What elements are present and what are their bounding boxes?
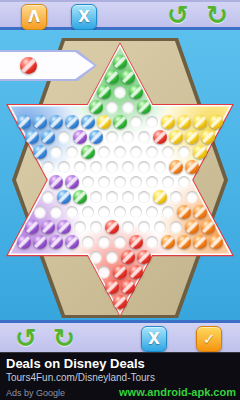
game-area <box>0 30 240 320</box>
marble-B-r6-c2[interactable] <box>41 130 55 144</box>
hole-r14-c1[interactable] <box>90 251 102 263</box>
hole-r6-c6[interactable] <box>106 131 118 143</box>
ad-banner[interactable]: Deals on Disney Deals Tours4Fun.com/Disn… <box>0 352 240 400</box>
marble-R-r13-c8[interactable] <box>129 235 143 249</box>
hole-r10-c1[interactable] <box>42 191 54 203</box>
hole-r9-c4[interactable] <box>98 176 110 188</box>
hole-r7-c5[interactable] <box>98 146 110 158</box>
marble-B-r5-c1[interactable] <box>17 115 31 129</box>
hole-r11-c3[interactable] <box>66 206 78 218</box>
marble-Y-r5-c12[interactable] <box>193 115 207 129</box>
marble-P-r6-c4[interactable] <box>73 130 87 144</box>
hole-r5-c8[interactable] <box>130 116 142 128</box>
hole-r9-c6[interactable] <box>130 176 142 188</box>
redo-button-bottom[interactable]: ↻ <box>50 325 78 353</box>
hole-r4-c2[interactable] <box>106 101 118 113</box>
redo-button[interactable]: ↻ <box>203 2 231 30</box>
marble-O-r12-c11[interactable] <box>185 220 199 234</box>
hole-r11-c2[interactable] <box>50 206 62 218</box>
up-button[interactable]: Λ <box>21 4 47 30</box>
marble-O-r13-c11[interactable] <box>177 235 191 249</box>
hole-r10-c10[interactable] <box>186 191 198 203</box>
marble-P-r12-c2[interactable] <box>41 220 55 234</box>
hole-r11-c9[interactable] <box>162 206 174 218</box>
close-icon: X <box>148 330 160 348</box>
marble-G-r7-c4[interactable] <box>81 145 95 159</box>
hole-r10-c5[interactable] <box>106 191 118 203</box>
hole-r7-c9[interactable] <box>162 146 174 158</box>
hole-r11-c6[interactable] <box>114 206 126 218</box>
hole-r7-c8[interactable] <box>146 146 158 158</box>
marble-P-r13-c3[interactable] <box>49 235 63 249</box>
hole-r8-c7[interactable] <box>138 161 150 173</box>
marble-G-r4-c1[interactable] <box>89 100 103 114</box>
marble-Y-r5-c10[interactable] <box>161 115 175 129</box>
marble-P-r9-c1[interactable] <box>49 175 63 189</box>
marble-P-r13-c2[interactable] <box>33 235 47 249</box>
marble-R-r16-c1[interactable] <box>105 280 119 294</box>
ad-title: Deals on Disney Deals <box>6 356 240 371</box>
hole-r12-c7[interactable] <box>122 221 134 233</box>
marble-R-r17-c1[interactable] <box>113 295 127 309</box>
undo-icon: ↺ <box>15 323 37 353</box>
hole-r13-c6[interactable] <box>98 236 110 248</box>
marble-R-r12-c6[interactable] <box>105 220 119 234</box>
marble-B-r7-c1[interactable] <box>33 145 47 159</box>
hole-r5-c9[interactable] <box>146 116 158 128</box>
hole-r11-c8[interactable] <box>146 206 158 218</box>
marble-O-r13-c13[interactable] <box>209 235 223 249</box>
hole-r8-c3[interactable] <box>74 161 86 173</box>
hole-r8-c5[interactable] <box>106 161 118 173</box>
marble-Y-r5-c13[interactable] <box>209 115 223 129</box>
up-chevron-icon: Λ <box>28 8 40 26</box>
marble-Y-r5-c11[interactable] <box>177 115 191 129</box>
hole-r9-c8[interactable] <box>162 176 174 188</box>
marble-Y-r6-c11[interactable] <box>185 130 199 144</box>
hole-r4-c3[interactable] <box>122 101 134 113</box>
hole-r12-c10[interactable] <box>170 221 182 233</box>
turn-indicator-banner <box>0 50 97 81</box>
hole-r11-c4[interactable] <box>82 206 94 218</box>
hole-r6-c8[interactable] <box>138 131 150 143</box>
marble-G-r4-c4[interactable] <box>137 100 151 114</box>
marble-Y-r6-c10[interactable] <box>169 130 183 144</box>
top-toolbar: Λ X ↺ ↻ <box>0 0 240 30</box>
marble-Y-r6-c12[interactable] <box>201 130 215 144</box>
hole-r9-c9[interactable] <box>178 176 190 188</box>
hole-r7-c7[interactable] <box>130 146 142 158</box>
hole-r12-c4[interactable] <box>74 221 86 233</box>
hole-r11-c5[interactable] <box>98 206 110 218</box>
marble-B-r10-c2[interactable] <box>57 190 71 204</box>
turn-marble-red <box>20 57 37 74</box>
marble-P-r12-c3[interactable] <box>57 220 71 234</box>
ad-meta-row: Ads by Google www.android-apk.com <box>6 386 236 398</box>
hole-r15-c1[interactable] <box>98 266 110 278</box>
hole-r7-c6[interactable] <box>114 146 126 158</box>
marble-P-r12-c1[interactable] <box>25 220 39 234</box>
hole-r13-c7[interactable] <box>114 236 126 248</box>
close-icon: X <box>78 8 90 26</box>
confirm-move-button[interactable]: ✓ <box>196 326 222 352</box>
undo-button[interactable]: ↺ <box>164 2 192 30</box>
hole-r8-c8[interactable] <box>154 161 166 173</box>
marble-B-r6-c1[interactable] <box>25 130 39 144</box>
marble-R-r6-c9[interactable] <box>153 130 167 144</box>
chinese-checkers-app: Λ X ↺ ↻ ↺ ↻ X <box>0 0 240 400</box>
hole-r8-c2[interactable] <box>58 161 70 173</box>
hole-r7-c2[interactable] <box>50 146 62 158</box>
cancel-move-button[interactable]: X <box>141 326 167 352</box>
marble-O-r8-c9[interactable] <box>169 160 183 174</box>
marble-B-r5-c2[interactable] <box>33 115 47 129</box>
hole-r8-c6[interactable] <box>122 161 134 173</box>
undo-button-bottom[interactable]: ↺ <box>12 325 40 353</box>
redo-icon: ↻ <box>206 0 228 30</box>
marble-P-r13-c4[interactable] <box>65 235 79 249</box>
marble-Y-r5-c6[interactable] <box>97 115 111 129</box>
marble-G-r5-c7[interactable] <box>113 115 127 129</box>
hole-r10-c4[interactable] <box>90 191 102 203</box>
hole-r13-c9[interactable] <box>146 236 158 248</box>
marble-O-r12-c12[interactable] <box>201 220 215 234</box>
marble-Y-r7-c11[interactable] <box>193 145 207 159</box>
hole-r3-c2[interactable] <box>114 86 126 98</box>
ad-url: Tours4Fun.com/Disneyland-Tours <box>6 372 240 383</box>
bottom-toolbar: ↺ ↻ X ✓ <box>0 320 240 352</box>
hole-r8-c1[interactable] <box>42 161 54 173</box>
marble-B-r5-c3[interactable] <box>49 115 63 129</box>
hole-r11-c1[interactable] <box>34 206 46 218</box>
marble-O-r13-c12[interactable] <box>193 235 207 249</box>
hole-r12-c5[interactable] <box>90 221 102 233</box>
marble-R-r14-c3[interactable] <box>121 250 135 264</box>
marble-R-r14-c4[interactable] <box>137 250 151 264</box>
hole-r13-c5[interactable] <box>82 236 94 248</box>
marble-O-r8-c10[interactable] <box>185 160 199 174</box>
marble-G-r2-c2[interactable] <box>121 70 135 84</box>
marble-G-r2-c1[interactable] <box>105 70 119 84</box>
hole-r6-c7[interactable] <box>122 131 134 143</box>
hole-r6-c3[interactable] <box>58 131 70 143</box>
hole-r14-c2[interactable] <box>106 251 118 263</box>
hole-r9-c3[interactable] <box>82 176 94 188</box>
redo-icon: ↻ <box>53 323 75 353</box>
hole-r8-c4[interactable] <box>90 161 102 173</box>
check-icon: ✓ <box>203 330 216 348</box>
marble-R-r15-c3[interactable] <box>129 265 143 279</box>
marble-P-r13-c1[interactable] <box>17 235 31 249</box>
marble-O-r13-c10[interactable] <box>161 235 175 249</box>
hole-r9-c7[interactable] <box>146 176 158 188</box>
marble-B-r5-c5[interactable] <box>81 115 95 129</box>
hole-r10-c7[interactable] <box>138 191 150 203</box>
marble-G-r3-c1[interactable] <box>97 85 111 99</box>
marble-B-r6-c5[interactable] <box>89 130 103 144</box>
marble-G-r3-c3[interactable] <box>129 85 143 99</box>
hole-r11-c7[interactable] <box>130 206 142 218</box>
hole-r10-c9[interactable] <box>170 191 182 203</box>
turn-indicator-face <box>0 52 94 79</box>
marble-R-r15-c2[interactable] <box>113 265 127 279</box>
marble-P-r9-c2[interactable] <box>65 175 79 189</box>
marble-G-r10-c3[interactable] <box>73 190 87 204</box>
marble-O-r11-c11[interactable] <box>193 205 207 219</box>
hole-r10-c6[interactable] <box>122 191 134 203</box>
marble-B-r5-c4[interactable] <box>65 115 79 129</box>
hole-r12-c9[interactable] <box>154 221 166 233</box>
marble-O-r11-c10[interactable] <box>177 205 191 219</box>
ads-by-google-label: Ads by Google <box>6 388 65 398</box>
watermark-site-link[interactable]: www.android-apk.com <box>119 386 236 398</box>
hole-r9-c5[interactable] <box>114 176 126 188</box>
hole-r7-c10[interactable] <box>178 146 190 158</box>
close-button[interactable]: X <box>71 4 97 30</box>
marble-R-r16-c2[interactable] <box>121 280 135 294</box>
marble-G-r1-c1[interactable] <box>113 55 127 69</box>
undo-icon: ↺ <box>167 0 189 30</box>
marble-Y-r10-c8[interactable] <box>153 190 167 204</box>
hole-r12-c8[interactable] <box>138 221 150 233</box>
hole-r7-c3[interactable] <box>66 146 78 158</box>
